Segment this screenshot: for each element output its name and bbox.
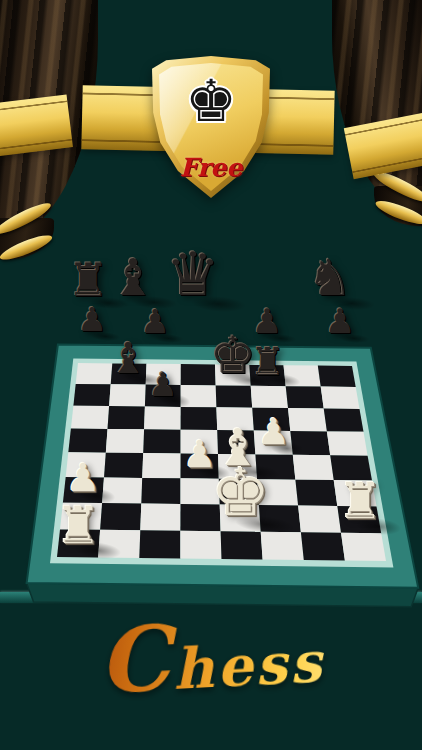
- white-pawn[interactable]: ♟: [48, 459, 118, 498]
- white-rook[interactable]: ♜: [325, 477, 395, 527]
- black-pawn[interactable]: ♟: [128, 369, 198, 402]
- white-king[interactable]: ♚: [205, 460, 275, 526]
- white-rook[interactable]: ♜: [43, 500, 113, 551]
- black-rook[interactable]: ♜: [233, 343, 303, 382]
- free-badge-label: Free: [152, 153, 270, 182]
- app-screenshot: ♚ Free ♜♝♛♞♟♟♟♟ ♝♚♜♟♟♟♝♟♚♜♜ Chess: [0, 0, 422, 750]
- free-badge-shield: ♚ Free: [152, 56, 270, 198]
- black-king-icon: ♚: [152, 72, 270, 130]
